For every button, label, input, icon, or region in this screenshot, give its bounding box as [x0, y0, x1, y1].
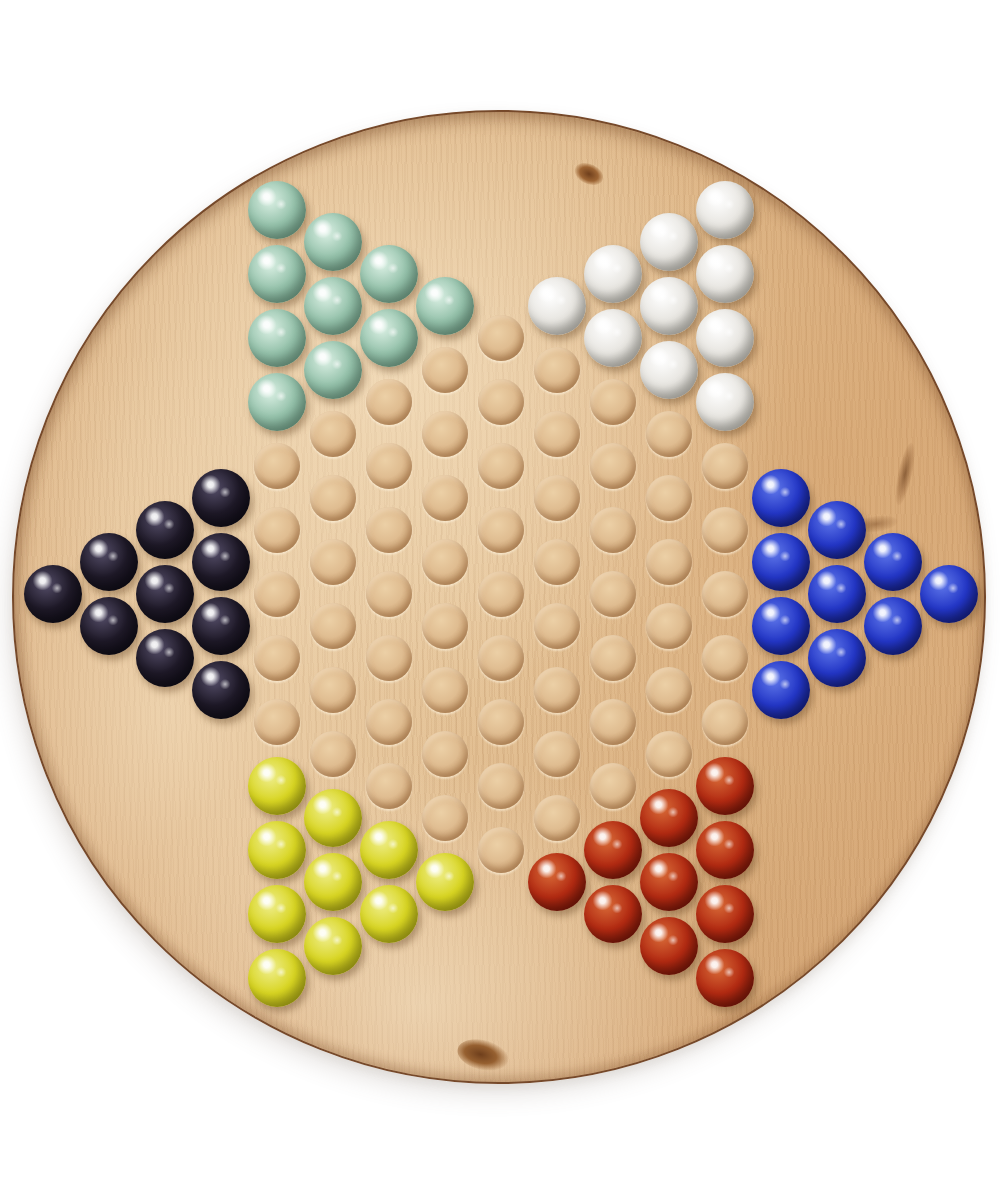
marble-black[interactable] [192, 533, 250, 591]
board-hole[interactable] [534, 731, 580, 777]
marble-white[interactable] [640, 341, 698, 399]
marble-black[interactable] [136, 501, 194, 559]
marble-black[interactable] [136, 565, 194, 623]
wood-knot [454, 1034, 512, 1076]
marble-black[interactable] [192, 661, 250, 719]
board-hole[interactable] [534, 411, 580, 457]
board-hole[interactable] [590, 763, 636, 809]
board-hole[interactable] [478, 443, 524, 489]
marble-white[interactable] [696, 181, 754, 239]
board-hole[interactable] [534, 667, 580, 713]
marble-black[interactable] [80, 597, 138, 655]
board-hole[interactable] [422, 667, 468, 713]
board-hole[interactable] [534, 347, 580, 393]
marble-yellow[interactable] [416, 853, 474, 911]
marble-yellow[interactable] [248, 821, 306, 879]
board-hole[interactable] [646, 603, 692, 649]
board-hole[interactable] [310, 667, 356, 713]
board-hole[interactable] [590, 443, 636, 489]
marble-blue[interactable] [752, 661, 810, 719]
marble-blue[interactable] [752, 597, 810, 655]
board-hole[interactable] [534, 795, 580, 841]
board-hole[interactable] [366, 507, 412, 553]
board-hole[interactable] [366, 443, 412, 489]
board-hole[interactable] [366, 699, 412, 745]
board-hole[interactable] [366, 379, 412, 425]
marble-white[interactable] [640, 213, 698, 271]
marble-blue[interactable] [808, 501, 866, 559]
marble-white[interactable] [696, 309, 754, 367]
board-hole[interactable] [590, 571, 636, 617]
board-hole[interactable] [478, 571, 524, 617]
board-hole[interactable] [702, 635, 748, 681]
marble-green[interactable] [248, 245, 306, 303]
marble-green[interactable] [360, 309, 418, 367]
board-hole[interactable] [310, 603, 356, 649]
marble-yellow[interactable] [248, 885, 306, 943]
marble-black[interactable] [80, 533, 138, 591]
board-hole[interactable] [702, 571, 748, 617]
board-hole[interactable] [310, 411, 356, 457]
marble-red[interactable] [584, 885, 642, 943]
board-hole[interactable] [590, 635, 636, 681]
board-hole[interactable] [478, 699, 524, 745]
board-hole[interactable] [254, 507, 300, 553]
marble-black[interactable] [136, 629, 194, 687]
marble-white[interactable] [640, 277, 698, 335]
board-hole[interactable] [310, 539, 356, 585]
board-hole[interactable] [422, 475, 468, 521]
board-hole[interactable] [422, 603, 468, 649]
product-photo [0, 0, 1000, 1200]
board-hole[interactable] [534, 603, 580, 649]
marble-white[interactable] [696, 373, 754, 431]
board-hole[interactable] [478, 315, 524, 361]
chinese-checkers-board [12, 110, 986, 1084]
marble-blue[interactable] [864, 597, 922, 655]
board-hole[interactable] [590, 699, 636, 745]
board-hole[interactable] [478, 763, 524, 809]
marble-red[interactable] [640, 917, 698, 975]
board-hole[interactable] [366, 571, 412, 617]
board-hole[interactable] [646, 411, 692, 457]
board-hole[interactable] [310, 731, 356, 777]
board-hole[interactable] [422, 795, 468, 841]
marble-green[interactable] [248, 181, 306, 239]
marble-red[interactable] [584, 821, 642, 879]
board-hole[interactable] [422, 731, 468, 777]
marble-yellow[interactable] [304, 853, 362, 911]
marble-black[interactable] [192, 469, 250, 527]
board-hole[interactable] [478, 507, 524, 553]
marble-yellow[interactable] [360, 885, 418, 943]
board-hole[interactable] [646, 475, 692, 521]
board-hole[interactable] [646, 731, 692, 777]
board-hole[interactable] [590, 507, 636, 553]
marble-green[interactable] [416, 277, 474, 335]
wood-knot [571, 159, 607, 190]
board-hole[interactable] [366, 763, 412, 809]
board-hole[interactable] [310, 475, 356, 521]
board-hole[interactable] [254, 571, 300, 617]
marble-white[interactable] [528, 277, 586, 335]
marble-red[interactable] [696, 885, 754, 943]
marble-black[interactable] [24, 565, 82, 623]
marble-blue[interactable] [864, 533, 922, 591]
board-hole[interactable] [422, 539, 468, 585]
board-hole[interactable] [702, 699, 748, 745]
board-hole[interactable] [422, 347, 468, 393]
marble-red[interactable] [640, 853, 698, 911]
marble-green[interactable] [248, 309, 306, 367]
board-hole[interactable] [254, 699, 300, 745]
marble-white[interactable] [696, 245, 754, 303]
board-hole[interactable] [478, 827, 524, 873]
board-hole[interactable] [254, 443, 300, 489]
board-hole[interactable] [646, 539, 692, 585]
marble-white[interactable] [584, 245, 642, 303]
marble-green[interactable] [304, 341, 362, 399]
marble-blue[interactable] [808, 565, 866, 623]
marble-yellow[interactable] [360, 821, 418, 879]
marble-green[interactable] [304, 213, 362, 271]
board-hole[interactable] [590, 379, 636, 425]
marble-red[interactable] [528, 853, 586, 911]
marble-black[interactable] [192, 597, 250, 655]
board-hole[interactable] [646, 667, 692, 713]
board-hole[interactable] [254, 635, 300, 681]
board-hole[interactable] [534, 539, 580, 585]
board-hole[interactable] [422, 411, 468, 457]
board-hole[interactable] [702, 507, 748, 553]
board-hole[interactable] [478, 379, 524, 425]
board-hole[interactable] [702, 443, 748, 489]
marble-blue[interactable] [808, 629, 866, 687]
marble-blue[interactable] [752, 533, 810, 591]
marble-blue[interactable] [920, 565, 978, 623]
marble-yellow[interactable] [304, 789, 362, 847]
marble-red[interactable] [696, 949, 754, 1007]
board-hole[interactable] [534, 475, 580, 521]
marble-red[interactable] [696, 757, 754, 815]
marble-green[interactable] [248, 373, 306, 431]
board-hole[interactable] [366, 635, 412, 681]
marble-yellow[interactable] [304, 917, 362, 975]
marble-yellow[interactable] [248, 757, 306, 815]
marble-green[interactable] [304, 277, 362, 335]
wood-knot [891, 441, 918, 507]
marble-yellow[interactable] [248, 949, 306, 1007]
marble-white[interactable] [584, 309, 642, 367]
marble-red[interactable] [640, 789, 698, 847]
marble-red[interactable] [696, 821, 754, 879]
marble-green[interactable] [360, 245, 418, 303]
marble-blue[interactable] [752, 469, 810, 527]
board-hole[interactable] [478, 635, 524, 681]
